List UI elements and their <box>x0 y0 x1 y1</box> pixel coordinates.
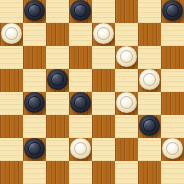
square-d4[interactable] <box>69 92 92 115</box>
white-man-h2[interactable] <box>162 138 183 159</box>
white-man-d2[interactable] <box>70 138 91 159</box>
square-e6 <box>92 46 115 69</box>
black-man-d4[interactable] <box>70 92 91 113</box>
white-man-g5[interactable] <box>139 69 160 90</box>
black-man-d8[interactable] <box>70 0 91 21</box>
square-b4[interactable] <box>23 92 46 115</box>
checkers-board <box>0 0 184 184</box>
square-d5 <box>69 69 92 92</box>
black-man-g3[interactable] <box>139 115 160 136</box>
square-c6 <box>46 46 69 69</box>
square-e5[interactable] <box>92 69 115 92</box>
square-c2 <box>46 138 69 161</box>
square-a5[interactable] <box>0 69 23 92</box>
square-b7 <box>23 23 46 46</box>
square-b3 <box>23 115 46 138</box>
square-d8[interactable] <box>69 0 92 23</box>
black-man-b8[interactable] <box>24 0 45 21</box>
square-e2 <box>92 138 115 161</box>
square-c5[interactable] <box>46 69 69 92</box>
square-b2[interactable] <box>23 138 46 161</box>
square-e1[interactable] <box>92 161 115 184</box>
square-g8 <box>138 0 161 23</box>
square-h2[interactable] <box>161 138 184 161</box>
square-g1[interactable] <box>138 161 161 184</box>
white-man-a7[interactable] <box>1 23 22 44</box>
square-d6[interactable] <box>69 46 92 69</box>
square-a2 <box>0 138 23 161</box>
square-f1 <box>115 161 138 184</box>
square-f6[interactable] <box>115 46 138 69</box>
square-f8[interactable] <box>115 0 138 23</box>
square-h6[interactable] <box>161 46 184 69</box>
square-c7[interactable] <box>46 23 69 46</box>
square-e7[interactable] <box>92 23 115 46</box>
square-d1 <box>69 161 92 184</box>
black-man-b2[interactable] <box>24 138 45 159</box>
white-man-f4[interactable] <box>116 92 137 113</box>
square-b6[interactable] <box>23 46 46 69</box>
square-b1 <box>23 161 46 184</box>
square-d3 <box>69 115 92 138</box>
square-a6 <box>0 46 23 69</box>
square-h7 <box>161 23 184 46</box>
square-d2[interactable] <box>69 138 92 161</box>
square-e4 <box>92 92 115 115</box>
square-g2 <box>138 138 161 161</box>
square-h4[interactable] <box>161 92 184 115</box>
square-c3[interactable] <box>46 115 69 138</box>
square-h5 <box>161 69 184 92</box>
black-man-c5[interactable] <box>47 69 68 90</box>
square-g7[interactable] <box>138 23 161 46</box>
square-b8[interactable] <box>23 0 46 23</box>
square-f5 <box>115 69 138 92</box>
square-h8[interactable] <box>161 0 184 23</box>
black-man-h8[interactable] <box>162 0 183 21</box>
square-g3[interactable] <box>138 115 161 138</box>
square-e8 <box>92 0 115 23</box>
square-b5 <box>23 69 46 92</box>
square-a7[interactable] <box>0 23 23 46</box>
square-f2[interactable] <box>115 138 138 161</box>
square-c1[interactable] <box>46 161 69 184</box>
square-g5[interactable] <box>138 69 161 92</box>
white-man-e7[interactable] <box>93 23 114 44</box>
square-a1[interactable] <box>0 161 23 184</box>
square-a4 <box>0 92 23 115</box>
square-g4 <box>138 92 161 115</box>
square-f7 <box>115 23 138 46</box>
square-h1 <box>161 161 184 184</box>
white-man-f6[interactable] <box>116 46 137 67</box>
square-f4[interactable] <box>115 92 138 115</box>
square-e3[interactable] <box>92 115 115 138</box>
square-g6 <box>138 46 161 69</box>
square-a8 <box>0 0 23 23</box>
square-c4 <box>46 92 69 115</box>
square-d7 <box>69 23 92 46</box>
square-c8 <box>46 0 69 23</box>
black-man-b4[interactable] <box>24 92 45 113</box>
square-f3 <box>115 115 138 138</box>
square-h3 <box>161 115 184 138</box>
square-a3[interactable] <box>0 115 23 138</box>
